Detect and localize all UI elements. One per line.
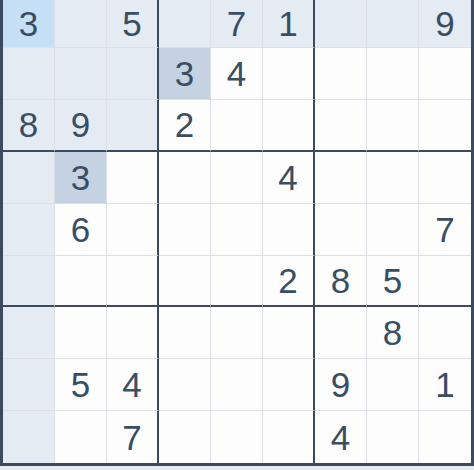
cell-r1c4[interactable]	[159, 0, 211, 48]
cell-r4c3[interactable]	[107, 152, 159, 204]
cell-r7c6[interactable]	[263, 307, 315, 359]
cell-r2c7[interactable]	[315, 48, 367, 100]
background-strip	[0, 466, 474, 470]
cell-r1c5[interactable]: 7	[211, 0, 263, 48]
cell-r4c4[interactable]	[159, 152, 211, 204]
cell-r1c3[interactable]: 5	[107, 0, 159, 48]
cell-r4c1[interactable]	[3, 152, 55, 204]
cell-r9c2[interactable]	[55, 411, 107, 463]
cell-r3c3[interactable]	[107, 100, 159, 152]
cell-r5c7[interactable]	[315, 204, 367, 256]
cell-r4c7[interactable]	[315, 152, 367, 204]
cell-r7c2[interactable]	[55, 307, 107, 359]
cell-r3c6[interactable]	[263, 100, 315, 152]
cell-r2c8[interactable]	[367, 48, 419, 100]
cell-r6c3[interactable]	[107, 256, 159, 308]
cell-r5c5[interactable]	[211, 204, 263, 256]
sudoku-grid: 357193489234672858549174	[0, 0, 474, 466]
cell-r9c8[interactable]	[367, 411, 419, 463]
cell-r8c8[interactable]	[367, 359, 419, 411]
cell-r6c5[interactable]	[211, 256, 263, 308]
cell-r8c3[interactable]: 4	[107, 359, 159, 411]
cell-r6c8[interactable]: 5	[367, 256, 419, 308]
cell-r3c4[interactable]: 2	[159, 100, 211, 152]
cell-r1c7[interactable]	[315, 0, 367, 48]
cell-r9c5[interactable]	[211, 411, 263, 463]
cell-r2c6[interactable]	[263, 48, 315, 100]
cell-r5c8[interactable]	[367, 204, 419, 256]
cell-r9c3[interactable]: 7	[107, 411, 159, 463]
cell-r8c4[interactable]	[159, 359, 211, 411]
cell-r6c1[interactable]	[3, 256, 55, 308]
cell-r3c9[interactable]	[419, 100, 471, 152]
cell-r5c3[interactable]	[107, 204, 159, 256]
cell-r4c6[interactable]: 4	[263, 152, 315, 204]
cell-r8c5[interactable]	[211, 359, 263, 411]
cell-r3c1[interactable]: 8	[3, 100, 55, 152]
cell-r4c2[interactable]: 3	[55, 152, 107, 204]
cell-r8c1[interactable]	[3, 359, 55, 411]
cell-r6c4[interactable]	[159, 256, 211, 308]
cell-r3c7[interactable]	[315, 100, 367, 152]
cell-r2c2[interactable]	[55, 48, 107, 100]
cell-r5c9[interactable]: 7	[419, 204, 471, 256]
cell-r3c5[interactable]	[211, 100, 263, 152]
sudoku-app: 357193489234672858549174	[0, 0, 474, 470]
cell-r7c8[interactable]: 8	[367, 307, 419, 359]
cell-r1c8[interactable]	[367, 0, 419, 48]
cell-r4c8[interactable]	[367, 152, 419, 204]
cell-r6c7[interactable]: 8	[315, 256, 367, 308]
cell-r3c2[interactable]: 9	[55, 100, 107, 152]
cell-r8c9[interactable]: 1	[419, 359, 471, 411]
cell-r5c4[interactable]	[159, 204, 211, 256]
cell-r6c6[interactable]: 2	[263, 256, 315, 308]
cell-r7c5[interactable]	[211, 307, 263, 359]
cell-r6c9[interactable]	[419, 256, 471, 308]
cell-r3c8[interactable]	[367, 100, 419, 152]
cell-r9c9[interactable]	[419, 411, 471, 463]
cell-r7c1[interactable]	[3, 307, 55, 359]
cell-r2c1[interactable]	[3, 48, 55, 100]
cell-r9c1[interactable]	[3, 411, 55, 463]
cell-r5c2[interactable]: 6	[55, 204, 107, 256]
cell-r1c1[interactable]: 3	[3, 0, 55, 48]
cell-r9c6[interactable]	[263, 411, 315, 463]
cell-r1c6[interactable]: 1	[263, 0, 315, 48]
cell-r2c4[interactable]: 3	[159, 48, 211, 100]
cell-r8c6[interactable]	[263, 359, 315, 411]
cell-r4c9[interactable]	[419, 152, 471, 204]
cell-r5c1[interactable]	[3, 204, 55, 256]
cell-r8c2[interactable]: 5	[55, 359, 107, 411]
cell-r8c7[interactable]: 9	[315, 359, 367, 411]
cell-r2c5[interactable]: 4	[211, 48, 263, 100]
cell-r2c9[interactable]	[419, 48, 471, 100]
cell-r9c4[interactable]	[159, 411, 211, 463]
cell-r7c7[interactable]	[315, 307, 367, 359]
cell-r7c3[interactable]	[107, 307, 159, 359]
cell-r2c3[interactable]	[107, 48, 159, 100]
cell-r4c5[interactable]	[211, 152, 263, 204]
cell-r1c9[interactable]: 9	[419, 0, 471, 48]
cell-r1c2[interactable]	[55, 0, 107, 48]
cell-r5c6[interactable]	[263, 204, 315, 256]
cell-r9c7[interactable]: 4	[315, 411, 367, 463]
cell-r7c9[interactable]	[419, 307, 471, 359]
cell-r7c4[interactable]	[159, 307, 211, 359]
cell-r6c2[interactable]	[55, 256, 107, 308]
